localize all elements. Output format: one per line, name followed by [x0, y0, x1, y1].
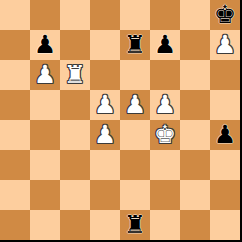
- square-d3[interactable]: [90, 150, 120, 180]
- chessboard-grid: ♚♟♜♟♟♟♜♟♟♟♟♚♟♜: [0, 0, 240, 240]
- square-h3[interactable]: [210, 150, 240, 180]
- piece-black-king: ♚: [210, 0, 240, 30]
- square-e6[interactable]: [120, 60, 150, 90]
- piece-white-king: ♚: [150, 120, 180, 150]
- square-h6[interactable]: [210, 60, 240, 90]
- piece-white-rook: ♜: [60, 60, 90, 90]
- square-a7[interactable]: [0, 30, 30, 60]
- square-e8[interactable]: [120, 0, 150, 30]
- square-c5[interactable]: [60, 90, 90, 120]
- square-e7[interactable]: ♜: [120, 30, 150, 60]
- square-g5[interactable]: [180, 90, 210, 120]
- square-b3[interactable]: [30, 150, 60, 180]
- square-a2[interactable]: [0, 180, 30, 210]
- square-c7[interactable]: [60, 30, 90, 60]
- square-c2[interactable]: [60, 180, 90, 210]
- square-b6[interactable]: ♟: [30, 60, 60, 90]
- square-a6[interactable]: [0, 60, 30, 90]
- square-d2[interactable]: [90, 180, 120, 210]
- square-d8[interactable]: [90, 0, 120, 30]
- chessboard: ♚♟♜♟♟♟♜♟♟♟♟♚♟♜: [0, 0, 242, 242]
- piece-black-pawn: ♟: [30, 30, 60, 60]
- square-d6[interactable]: [90, 60, 120, 90]
- piece-white-pawn: ♟: [150, 90, 180, 120]
- square-f7[interactable]: ♟: [150, 30, 180, 60]
- square-d1[interactable]: [90, 210, 120, 240]
- square-f4[interactable]: ♚: [150, 120, 180, 150]
- square-e2[interactable]: [120, 180, 150, 210]
- square-a8[interactable]: [0, 0, 30, 30]
- square-d7[interactable]: [90, 30, 120, 60]
- piece-black-rook: ♜: [120, 210, 150, 240]
- square-f8[interactable]: [150, 0, 180, 30]
- square-d4[interactable]: ♟: [90, 120, 120, 150]
- square-e4[interactable]: [120, 120, 150, 150]
- square-g1[interactable]: [180, 210, 210, 240]
- square-g8[interactable]: [180, 0, 210, 30]
- square-c1[interactable]: [60, 210, 90, 240]
- piece-black-pawn: ♟: [210, 120, 240, 150]
- square-b8[interactable]: [30, 0, 60, 30]
- square-g3[interactable]: [180, 150, 210, 180]
- square-f3[interactable]: [150, 150, 180, 180]
- piece-black-pawn: ♟: [150, 30, 180, 60]
- square-c4[interactable]: [60, 120, 90, 150]
- square-h5[interactable]: [210, 90, 240, 120]
- square-b7[interactable]: ♟: [30, 30, 60, 60]
- square-h2[interactable]: [210, 180, 240, 210]
- piece-black-rook: ♜: [120, 30, 150, 60]
- piece-white-pawn: ♟: [30, 60, 60, 90]
- square-e1[interactable]: ♜: [120, 210, 150, 240]
- square-e5[interactable]: ♟: [120, 90, 150, 120]
- square-g4[interactable]: [180, 120, 210, 150]
- square-h8[interactable]: ♚: [210, 0, 240, 30]
- square-h1[interactable]: [210, 210, 240, 240]
- square-c6[interactable]: ♜: [60, 60, 90, 90]
- square-g7[interactable]: [180, 30, 210, 60]
- piece-white-pawn: ♟: [120, 90, 150, 120]
- square-b2[interactable]: [30, 180, 60, 210]
- square-b1[interactable]: [30, 210, 60, 240]
- square-d5[interactable]: ♟: [90, 90, 120, 120]
- square-a4[interactable]: [0, 120, 30, 150]
- square-c8[interactable]: [60, 0, 90, 30]
- square-f5[interactable]: ♟: [150, 90, 180, 120]
- piece-white-pawn: ♟: [90, 120, 120, 150]
- square-a1[interactable]: [0, 210, 30, 240]
- square-f1[interactable]: [150, 210, 180, 240]
- square-b4[interactable]: [30, 120, 60, 150]
- square-g2[interactable]: [180, 180, 210, 210]
- square-f6[interactable]: [150, 60, 180, 90]
- square-a5[interactable]: [0, 90, 30, 120]
- square-h4[interactable]: ♟: [210, 120, 240, 150]
- square-f2[interactable]: [150, 180, 180, 210]
- square-e3[interactable]: [120, 150, 150, 180]
- square-b5[interactable]: [30, 90, 60, 120]
- square-g6[interactable]: [180, 60, 210, 90]
- square-h7[interactable]: ♟: [210, 30, 240, 60]
- square-c3[interactable]: [60, 150, 90, 180]
- piece-white-pawn: ♟: [90, 90, 120, 120]
- piece-white-pawn: ♟: [210, 30, 240, 60]
- square-a3[interactable]: [0, 150, 30, 180]
